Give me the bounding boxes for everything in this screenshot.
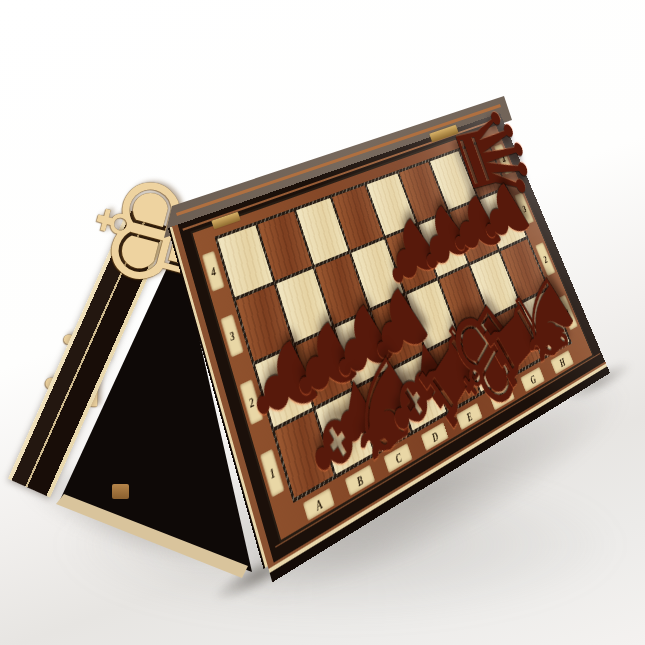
board-foot (112, 484, 129, 499)
product-photo-scene: 44332211ABCDEFGH♛♟♟♟♟♟♟♟♟♝♞♝♜♚♜♞ ♚♟♟ (0, 0, 645, 645)
